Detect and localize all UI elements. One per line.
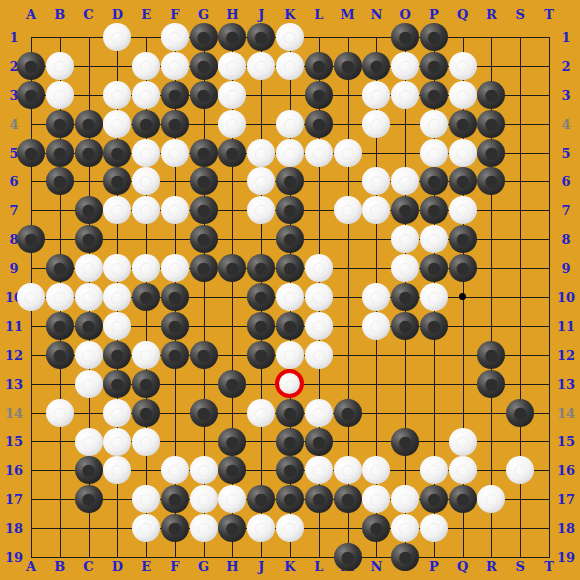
point-F19[interactable] [160, 543, 189, 572]
white-stone[interactable]: ○ [190, 514, 218, 542]
white-stone[interactable]: ○ [103, 110, 131, 138]
point-G6[interactable]: ● [189, 167, 218, 196]
white-stone[interactable]: ○ [161, 23, 189, 51]
black-stone[interactable]: ● [161, 110, 189, 138]
point-P4[interactable]: ○ [420, 109, 449, 138]
point-D1[interactable]: ○ [103, 23, 132, 52]
point-E9[interactable]: ○ [132, 254, 161, 283]
black-stone[interactable]: ● [362, 52, 390, 80]
point-S17[interactable] [506, 485, 535, 514]
point-F13[interactable] [160, 369, 189, 398]
point-L7[interactable] [304, 196, 333, 225]
point-S7[interactable] [506, 196, 535, 225]
point-D5[interactable]: ● [103, 138, 132, 167]
point-E5[interactable]: ○ [132, 138, 161, 167]
white-stone[interactable]: ○ [391, 485, 419, 513]
black-stone[interactable]: ● [247, 312, 275, 340]
black-stone[interactable]: ● [103, 370, 131, 398]
point-R15[interactable] [477, 427, 506, 456]
point-S3[interactable] [506, 80, 535, 109]
point-F17[interactable]: ● [160, 485, 189, 514]
point-P5[interactable]: ○ [420, 138, 449, 167]
black-stone[interactable]: ● [75, 225, 103, 253]
point-F14[interactable] [160, 398, 189, 427]
point-P10[interactable]: ○ [420, 283, 449, 312]
point-K13[interactable]: ○ [275, 369, 304, 398]
point-J7[interactable]: ○ [247, 196, 276, 225]
point-M1[interactable] [333, 23, 362, 52]
point-B12[interactable]: ● [45, 340, 74, 369]
black-stone[interactable]: ● [103, 167, 131, 195]
point-J8[interactable] [247, 225, 276, 254]
black-stone[interactable]: ● [477, 110, 505, 138]
point-R19[interactable] [477, 543, 506, 572]
point-O3[interactable]: ○ [391, 80, 420, 109]
black-stone[interactable]: ● [190, 225, 218, 253]
black-stone[interactable]: ● [247, 254, 275, 282]
point-N2[interactable]: ● [362, 51, 391, 80]
point-N16[interactable]: ○ [362, 456, 391, 485]
black-stone[interactable]: ● [190, 399, 218, 427]
point-B11[interactable]: ● [45, 311, 74, 340]
black-stone[interactable]: ● [305, 81, 333, 109]
point-K10[interactable]: ○ [275, 283, 304, 312]
point-G1[interactable]: ● [189, 23, 218, 52]
point-M16[interactable]: ○ [333, 456, 362, 485]
point-M14[interactable]: ● [333, 398, 362, 427]
point-H19[interactable] [218, 543, 247, 572]
point-D2[interactable] [103, 51, 132, 80]
point-Q19[interactable] [448, 543, 477, 572]
white-stone[interactable]: ○ [247, 196, 275, 224]
point-K7[interactable]: ● [275, 196, 304, 225]
point-A1[interactable] [17, 23, 46, 52]
black-stone[interactable]: ● [75, 196, 103, 224]
point-S5[interactable] [506, 138, 535, 167]
white-stone[interactable]: ○ [334, 139, 362, 167]
point-D4[interactable]: ○ [103, 109, 132, 138]
point-T19[interactable] [535, 543, 564, 572]
point-N12[interactable] [362, 340, 391, 369]
point-C14[interactable] [74, 398, 103, 427]
black-stone[interactable]: ● [132, 399, 160, 427]
point-B5[interactable]: ● [45, 138, 74, 167]
white-stone[interactable]: ○ [132, 167, 160, 195]
white-stone-last-move[interactable]: ○ [275, 369, 304, 398]
black-stone[interactable]: ● [46, 341, 74, 369]
black-stone[interactable]: ● [334, 485, 362, 513]
white-stone[interactable]: ○ [420, 225, 448, 253]
point-Q5[interactable]: ○ [448, 138, 477, 167]
black-stone[interactable]: ● [46, 254, 74, 282]
black-stone[interactable]: ● [276, 485, 304, 513]
point-S1[interactable] [506, 23, 535, 52]
point-Q1[interactable] [448, 23, 477, 52]
white-stone[interactable]: ○ [506, 456, 534, 484]
point-N18[interactable]: ● [362, 514, 391, 543]
point-T17[interactable] [535, 485, 564, 514]
black-stone[interactable]: ● [477, 370, 505, 398]
point-R18[interactable] [477, 514, 506, 543]
point-H15[interactable]: ● [218, 427, 247, 456]
white-stone[interactable]: ○ [132, 81, 160, 109]
white-stone[interactable]: ○ [103, 196, 131, 224]
black-stone[interactable]: ● [132, 110, 160, 138]
point-G11[interactable] [189, 311, 218, 340]
black-stone[interactable]: ● [276, 167, 304, 195]
black-stone[interactable]: ● [420, 485, 448, 513]
white-stone[interactable]: ○ [218, 110, 246, 138]
point-M10[interactable] [333, 283, 362, 312]
point-B2[interactable]: ○ [45, 51, 74, 80]
point-L13[interactable] [304, 369, 333, 398]
point-R7[interactable] [477, 196, 506, 225]
white-stone[interactable]: ○ [362, 485, 390, 513]
point-T2[interactable] [535, 51, 564, 80]
point-R17[interactable]: ○ [477, 485, 506, 514]
point-O19[interactable]: ● [391, 543, 420, 572]
point-R4[interactable]: ● [477, 109, 506, 138]
point-G4[interactable] [189, 109, 218, 138]
white-stone[interactable]: ○ [103, 399, 131, 427]
point-T4[interactable] [535, 109, 564, 138]
black-stone[interactable]: ● [477, 139, 505, 167]
point-Q11[interactable] [448, 311, 477, 340]
point-J15[interactable] [247, 427, 276, 456]
point-G13[interactable] [189, 369, 218, 398]
point-P11[interactable]: ● [420, 311, 449, 340]
point-R13[interactable]: ● [477, 369, 506, 398]
point-C19[interactable] [74, 543, 103, 572]
white-stone[interactable]: ○ [305, 283, 333, 311]
white-stone[interactable]: ○ [75, 370, 103, 398]
point-E18[interactable]: ○ [132, 514, 161, 543]
black-stone[interactable]: ● [362, 514, 390, 542]
black-stone[interactable]: ● [449, 225, 477, 253]
black-stone[interactable]: ● [391, 428, 419, 456]
black-stone[interactable]: ● [132, 283, 160, 311]
point-D3[interactable]: ○ [103, 80, 132, 109]
white-stone[interactable]: ○ [46, 52, 74, 80]
point-D6[interactable]: ● [103, 167, 132, 196]
point-M12[interactable] [333, 340, 362, 369]
point-P18[interactable]: ○ [420, 514, 449, 543]
black-stone[interactable]: ● [190, 254, 218, 282]
point-L18[interactable] [304, 514, 333, 543]
point-M13[interactable] [333, 369, 362, 398]
point-T6[interactable] [535, 167, 564, 196]
point-O16[interactable] [391, 456, 420, 485]
point-M18[interactable] [333, 514, 362, 543]
black-stone[interactable]: ● [75, 456, 103, 484]
point-L16[interactable]: ○ [304, 456, 333, 485]
point-D18[interactable] [103, 514, 132, 543]
point-E1[interactable] [132, 23, 161, 52]
white-stone[interactable]: ○ [276, 110, 304, 138]
point-J5[interactable]: ○ [247, 138, 276, 167]
point-R3[interactable]: ● [477, 80, 506, 109]
black-stone[interactable]: ● [218, 514, 246, 542]
point-C11[interactable]: ● [74, 311, 103, 340]
black-stone[interactable]: ● [276, 456, 304, 484]
point-D10[interactable]: ○ [103, 283, 132, 312]
white-stone[interactable]: ○ [362, 167, 390, 195]
white-stone[interactable]: ○ [362, 110, 390, 138]
point-T13[interactable] [535, 369, 564, 398]
point-A6[interactable] [17, 167, 46, 196]
point-S4[interactable] [506, 109, 535, 138]
white-stone[interactable]: ○ [103, 254, 131, 282]
point-C12[interactable]: ○ [74, 340, 103, 369]
white-stone[interactable]: ○ [334, 456, 362, 484]
point-G15[interactable] [189, 427, 218, 456]
point-G7[interactable]: ● [189, 196, 218, 225]
point-A14[interactable] [17, 398, 46, 427]
point-D19[interactable] [103, 543, 132, 572]
point-K15[interactable]: ● [275, 427, 304, 456]
point-A19[interactable] [17, 543, 46, 572]
white-stone[interactable]: ○ [132, 514, 160, 542]
point-J19[interactable] [247, 543, 276, 572]
black-stone[interactable]: ● [17, 52, 45, 80]
point-E16[interactable] [132, 456, 161, 485]
point-B1[interactable] [45, 23, 74, 52]
point-A18[interactable] [17, 514, 46, 543]
point-A11[interactable] [17, 311, 46, 340]
point-L19[interactable] [304, 543, 333, 572]
white-stone[interactable]: ○ [247, 399, 275, 427]
black-stone[interactable]: ● [161, 81, 189, 109]
point-T3[interactable] [535, 80, 564, 109]
point-A10[interactable]: ○ [17, 283, 46, 312]
point-F5[interactable]: ○ [160, 138, 189, 167]
point-T5[interactable] [535, 138, 564, 167]
black-stone[interactable]: ● [75, 110, 103, 138]
white-stone[interactable]: ○ [247, 139, 275, 167]
white-stone[interactable]: ○ [449, 81, 477, 109]
point-R11[interactable] [477, 311, 506, 340]
point-S15[interactable] [506, 427, 535, 456]
point-A15[interactable] [17, 427, 46, 456]
black-stone[interactable]: ● [103, 139, 131, 167]
white-stone[interactable]: ○ [276, 52, 304, 80]
point-C1[interactable] [74, 23, 103, 52]
point-D8[interactable] [103, 225, 132, 254]
point-B10[interactable]: ○ [45, 283, 74, 312]
white-stone[interactable]: ○ [218, 52, 246, 80]
point-G9[interactable]: ● [189, 254, 218, 283]
point-E6[interactable]: ○ [132, 167, 161, 196]
black-stone[interactable]: ● [190, 52, 218, 80]
black-stone[interactable]: ● [218, 456, 246, 484]
point-L6[interactable] [304, 167, 333, 196]
point-T14[interactable] [535, 398, 564, 427]
white-stone[interactable]: ○ [276, 283, 304, 311]
white-stone[interactable]: ○ [276, 514, 304, 542]
point-S14[interactable]: ● [506, 398, 535, 427]
point-E4[interactable]: ● [132, 109, 161, 138]
point-O8[interactable]: ○ [391, 225, 420, 254]
point-J14[interactable]: ○ [247, 398, 276, 427]
black-stone[interactable]: ● [420, 254, 448, 282]
point-G10[interactable] [189, 283, 218, 312]
black-stone[interactable]: ● [132, 370, 160, 398]
black-stone[interactable]: ● [305, 110, 333, 138]
point-N4[interactable]: ○ [362, 109, 391, 138]
point-E3[interactable]: ○ [132, 80, 161, 109]
black-stone[interactable]: ● [449, 254, 477, 282]
point-J6[interactable]: ○ [247, 167, 276, 196]
white-stone[interactable]: ○ [420, 139, 448, 167]
black-stone[interactable]: ● [161, 514, 189, 542]
point-D16[interactable]: ○ [103, 456, 132, 485]
point-S18[interactable] [506, 514, 535, 543]
point-F15[interactable] [160, 427, 189, 456]
point-D13[interactable]: ● [103, 369, 132, 398]
point-J10[interactable]: ● [247, 283, 276, 312]
white-stone[interactable]: ○ [305, 341, 333, 369]
point-F11[interactable]: ● [160, 311, 189, 340]
point-Q10[interactable] [448, 283, 477, 312]
point-D9[interactable]: ○ [103, 254, 132, 283]
point-Q17[interactable]: ● [448, 485, 477, 514]
white-stone[interactable]: ○ [247, 52, 275, 80]
point-R6[interactable]: ● [477, 167, 506, 196]
white-stone[interactable]: ○ [420, 283, 448, 311]
white-stone[interactable]: ○ [362, 312, 390, 340]
point-F18[interactable]: ● [160, 514, 189, 543]
white-stone[interactable]: ○ [305, 399, 333, 427]
point-G18[interactable]: ○ [189, 514, 218, 543]
black-stone[interactable]: ● [218, 23, 246, 51]
point-B17[interactable] [45, 485, 74, 514]
white-stone[interactable]: ○ [362, 81, 390, 109]
white-stone[interactable]: ○ [362, 196, 390, 224]
point-F7[interactable]: ○ [160, 196, 189, 225]
point-E7[interactable]: ○ [132, 196, 161, 225]
point-H8[interactable] [218, 225, 247, 254]
point-K16[interactable]: ● [275, 456, 304, 485]
point-B15[interactable] [45, 427, 74, 456]
point-T12[interactable] [535, 340, 564, 369]
point-P8[interactable]: ○ [420, 225, 449, 254]
point-M2[interactable]: ● [333, 51, 362, 80]
black-stone[interactable]: ● [276, 312, 304, 340]
white-stone[interactable]: ○ [276, 23, 304, 51]
point-G2[interactable]: ● [189, 51, 218, 80]
point-J3[interactable] [247, 80, 276, 109]
point-O4[interactable] [391, 109, 420, 138]
black-stone[interactable]: ● [391, 283, 419, 311]
white-stone[interactable]: ○ [132, 139, 160, 167]
point-K3[interactable] [275, 80, 304, 109]
point-K1[interactable]: ○ [275, 23, 304, 52]
black-stone[interactable]: ● [161, 341, 189, 369]
point-A4[interactable] [17, 109, 46, 138]
white-stone[interactable]: ○ [75, 283, 103, 311]
white-stone[interactable]: ○ [391, 254, 419, 282]
point-P16[interactable]: ○ [420, 456, 449, 485]
black-stone[interactable]: ● [334, 543, 362, 571]
point-H9[interactable]: ● [218, 254, 247, 283]
point-Q4[interactable]: ● [448, 109, 477, 138]
point-H10[interactable] [218, 283, 247, 312]
point-O14[interactable] [391, 398, 420, 427]
white-stone[interactable]: ○ [477, 485, 505, 513]
point-E11[interactable] [132, 311, 161, 340]
black-stone[interactable]: ● [218, 428, 246, 456]
black-stone[interactable]: ● [276, 399, 304, 427]
black-stone[interactable]: ● [477, 81, 505, 109]
black-stone[interactable]: ● [420, 23, 448, 51]
point-J4[interactable] [247, 109, 276, 138]
white-stone[interactable]: ○ [305, 139, 333, 167]
point-H13[interactable]: ● [218, 369, 247, 398]
point-J9[interactable]: ● [247, 254, 276, 283]
point-L9[interactable]: ○ [304, 254, 333, 283]
point-S10[interactable] [506, 283, 535, 312]
point-L8[interactable] [304, 225, 333, 254]
point-O5[interactable] [391, 138, 420, 167]
black-stone[interactable]: ● [103, 341, 131, 369]
point-F9[interactable]: ○ [160, 254, 189, 283]
black-stone[interactable]: ● [46, 167, 74, 195]
white-stone[interactable]: ○ [75, 254, 103, 282]
point-L12[interactable]: ○ [304, 340, 333, 369]
point-N6[interactable]: ○ [362, 167, 391, 196]
white-stone[interactable]: ○ [103, 81, 131, 109]
white-stone[interactable]: ○ [46, 81, 74, 109]
black-stone[interactable]: ● [190, 196, 218, 224]
point-P2[interactable]: ● [420, 51, 449, 80]
point-B4[interactable]: ● [45, 109, 74, 138]
point-C2[interactable] [74, 51, 103, 80]
point-D12[interactable]: ● [103, 340, 132, 369]
white-stone[interactable]: ○ [218, 81, 246, 109]
point-S9[interactable] [506, 254, 535, 283]
white-stone[interactable]: ○ [391, 225, 419, 253]
point-T10[interactable] [535, 283, 564, 312]
point-B3[interactable]: ○ [45, 80, 74, 109]
point-A2[interactable]: ● [17, 51, 46, 80]
point-N15[interactable] [362, 427, 391, 456]
white-stone[interactable]: ○ [46, 283, 74, 311]
point-K11[interactable]: ● [275, 311, 304, 340]
white-stone[interactable]: ○ [218, 485, 246, 513]
point-L4[interactable]: ● [304, 109, 333, 138]
point-P19[interactable] [420, 543, 449, 572]
black-stone[interactable]: ● [190, 341, 218, 369]
point-L15[interactable]: ● [304, 427, 333, 456]
point-C16[interactable]: ● [74, 456, 103, 485]
point-F10[interactable]: ● [160, 283, 189, 312]
black-stone[interactable]: ● [449, 485, 477, 513]
point-A3[interactable]: ● [17, 80, 46, 109]
black-stone[interactable]: ● [477, 167, 505, 195]
point-C8[interactable]: ● [74, 225, 103, 254]
black-stone[interactable]: ● [391, 196, 419, 224]
point-S11[interactable] [506, 311, 535, 340]
point-E17[interactable]: ○ [132, 485, 161, 514]
point-P1[interactable]: ● [420, 23, 449, 52]
point-R14[interactable] [477, 398, 506, 427]
point-R10[interactable] [477, 283, 506, 312]
point-S6[interactable] [506, 167, 535, 196]
point-H17[interactable]: ○ [218, 485, 247, 514]
black-stone[interactable]: ● [449, 110, 477, 138]
point-O15[interactable]: ● [391, 427, 420, 456]
point-R5[interactable]: ● [477, 138, 506, 167]
